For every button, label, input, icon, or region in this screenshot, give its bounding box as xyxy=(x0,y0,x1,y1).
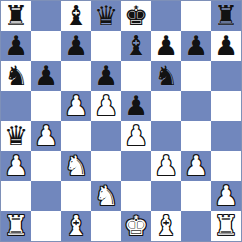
square-c8[interactable]: ♝ xyxy=(61,1,91,31)
square-e5[interactable]: ♟ xyxy=(121,91,151,121)
square-c4[interactable] xyxy=(61,121,91,151)
square-b3[interactable] xyxy=(31,151,61,181)
piece-white-knight[interactable]: ♞ xyxy=(64,152,88,179)
square-f3[interactable]: ♟ xyxy=(151,151,181,181)
piece-white-pawn[interactable]: ♟ xyxy=(214,182,238,209)
piece-black-bishop[interactable]: ♝ xyxy=(64,2,88,29)
square-g8[interactable] xyxy=(181,1,211,31)
square-e4[interactable]: ♟ xyxy=(121,121,151,151)
square-f7[interactable]: ♟ xyxy=(151,31,181,61)
square-b7[interactable] xyxy=(31,31,61,61)
square-a7[interactable]: ♟ xyxy=(1,31,31,61)
piece-white-pawn[interactable]: ♟ xyxy=(94,92,118,119)
square-h3[interactable] xyxy=(211,151,241,181)
piece-white-rook[interactable]: ♜ xyxy=(214,212,238,239)
piece-black-queen[interactable]: ♛ xyxy=(4,122,28,149)
square-h2[interactable]: ♟ xyxy=(211,181,241,211)
piece-white-pawn[interactable]: ♟ xyxy=(64,92,88,119)
chess-board: ♜♝♛♚♜♟♟♝♟♟♟♞♟♟♞♟♟♟♛♟♟♟♞♟♟♞♟♜♝♚♝♜ xyxy=(0,0,242,242)
piece-white-king[interactable]: ♚ xyxy=(124,212,148,239)
piece-black-pawn[interactable]: ♟ xyxy=(34,62,58,89)
piece-black-knight[interactable]: ♞ xyxy=(154,62,178,89)
piece-white-pawn[interactable]: ♟ xyxy=(154,152,178,179)
square-e1[interactable]: ♚ xyxy=(121,211,151,241)
square-c6[interactable] xyxy=(61,61,91,91)
square-e8[interactable]: ♚ xyxy=(121,1,151,31)
piece-white-pawn[interactable]: ♟ xyxy=(4,152,28,179)
chess-board-container: ♜♝♛♚♜♟♟♝♟♟♟♞♟♟♞♟♟♟♛♟♟♟♞♟♟♞♟♜♝♚♝♜ xyxy=(0,0,242,242)
piece-black-rook[interactable]: ♜ xyxy=(214,2,238,29)
square-b8[interactable] xyxy=(31,1,61,31)
square-d7[interactable] xyxy=(91,31,121,61)
square-f5[interactable] xyxy=(151,91,181,121)
piece-black-pawn[interactable]: ♟ xyxy=(214,32,238,59)
square-h6[interactable] xyxy=(211,61,241,91)
square-d4[interactable] xyxy=(91,121,121,151)
piece-black-king[interactable]: ♚ xyxy=(124,2,148,29)
square-d1[interactable] xyxy=(91,211,121,241)
piece-black-pawn[interactable]: ♟ xyxy=(94,62,118,89)
square-g1[interactable] xyxy=(181,211,211,241)
square-a1[interactable]: ♜ xyxy=(1,211,31,241)
piece-white-bishop[interactable]: ♝ xyxy=(64,212,88,239)
square-h7[interactable]: ♟ xyxy=(211,31,241,61)
square-f8[interactable] xyxy=(151,1,181,31)
square-g7[interactable]: ♟ xyxy=(181,31,211,61)
square-d3[interactable] xyxy=(91,151,121,181)
piece-black-queen[interactable]: ♛ xyxy=(94,2,118,29)
square-f1[interactable]: ♝ xyxy=(151,211,181,241)
square-a4[interactable]: ♛ xyxy=(1,121,31,151)
square-g4[interactable] xyxy=(181,121,211,151)
square-d2[interactable]: ♞ xyxy=(91,181,121,211)
square-d6[interactable]: ♟ xyxy=(91,61,121,91)
piece-white-pawn[interactable]: ♟ xyxy=(184,152,208,179)
square-h4[interactable] xyxy=(211,121,241,151)
square-f6[interactable]: ♞ xyxy=(151,61,181,91)
square-c5[interactable]: ♟ xyxy=(61,91,91,121)
piece-white-pawn[interactable]: ♟ xyxy=(34,122,58,149)
square-f2[interactable] xyxy=(151,181,181,211)
square-a5[interactable] xyxy=(1,91,31,121)
piece-white-rook[interactable]: ♜ xyxy=(4,212,28,239)
piece-black-pawn[interactable]: ♟ xyxy=(4,32,28,59)
square-g5[interactable] xyxy=(181,91,211,121)
piece-black-pawn[interactable]: ♟ xyxy=(64,32,88,59)
piece-white-knight[interactable]: ♞ xyxy=(94,182,118,209)
square-c1[interactable]: ♝ xyxy=(61,211,91,241)
square-b1[interactable] xyxy=(31,211,61,241)
square-d8[interactable]: ♛ xyxy=(91,1,121,31)
square-h8[interactable]: ♜ xyxy=(211,1,241,31)
piece-black-pawn[interactable]: ♟ xyxy=(154,32,178,59)
square-g6[interactable] xyxy=(181,61,211,91)
square-b5[interactable] xyxy=(31,91,61,121)
piece-black-pawn[interactable]: ♟ xyxy=(184,32,208,59)
square-b6[interactable]: ♟ xyxy=(31,61,61,91)
square-a8[interactable]: ♜ xyxy=(1,1,31,31)
square-g3[interactable]: ♟ xyxy=(181,151,211,181)
square-e6[interactable] xyxy=(121,61,151,91)
square-a3[interactable]: ♟ xyxy=(1,151,31,181)
square-b2[interactable] xyxy=(31,181,61,211)
square-c2[interactable] xyxy=(61,181,91,211)
square-h5[interactable] xyxy=(211,91,241,121)
piece-white-bishop[interactable]: ♝ xyxy=(154,212,178,239)
square-c3[interactable]: ♞ xyxy=(61,151,91,181)
piece-black-rook[interactable]: ♜ xyxy=(4,2,28,29)
square-a6[interactable]: ♞ xyxy=(1,61,31,91)
square-g2[interactable] xyxy=(181,181,211,211)
square-c7[interactable]: ♟ xyxy=(61,31,91,61)
square-e3[interactable] xyxy=(121,151,151,181)
piece-black-bishop[interactable]: ♝ xyxy=(124,32,148,59)
piece-black-knight[interactable]: ♞ xyxy=(4,62,28,89)
piece-white-pawn[interactable]: ♟ xyxy=(124,122,148,149)
square-f4[interactable] xyxy=(151,121,181,151)
square-e2[interactable] xyxy=(121,181,151,211)
square-b4[interactable]: ♟ xyxy=(31,121,61,151)
square-e7[interactable]: ♝ xyxy=(121,31,151,61)
square-h1[interactable]: ♜ xyxy=(211,211,241,241)
square-a2[interactable] xyxy=(1,181,31,211)
piece-black-pawn[interactable]: ♟ xyxy=(124,92,148,119)
square-d5[interactable]: ♟ xyxy=(91,91,121,121)
